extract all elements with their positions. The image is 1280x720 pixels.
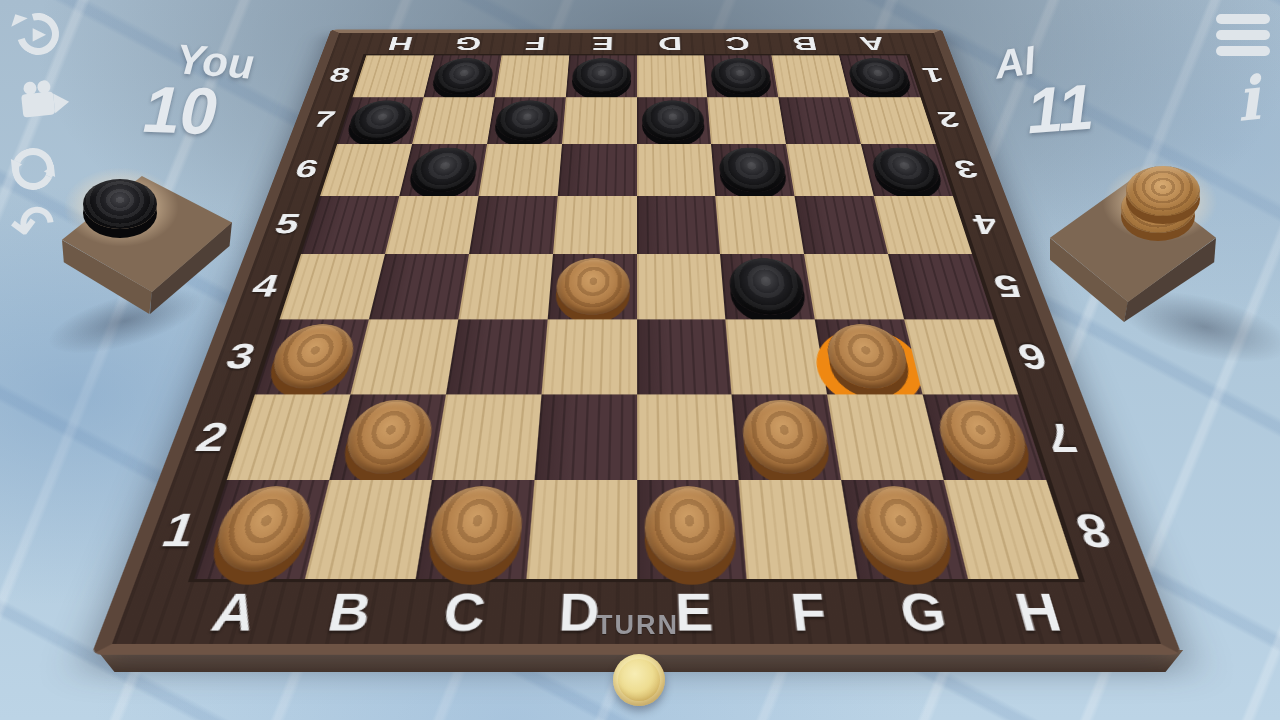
captured-black-piece [83,179,157,229]
coordinate-label: 5 [270,208,304,240]
coordinate-label: G [895,582,952,644]
square-c8 [494,55,568,97]
coord-slot: F [749,582,871,644]
square-f2[interactable] [732,394,841,480]
coord-slot: B [285,582,413,644]
square-d8[interactable] [565,55,636,97]
square-b8[interactable] [423,55,501,97]
piece-white-a1[interactable] [205,486,319,571]
square-e5[interactable] [637,196,721,254]
square-b3 [350,320,458,395]
coordinate-label: 1 [919,63,946,86]
square-c6 [478,144,561,196]
piece-black-a7[interactable] [344,101,417,141]
square-b6[interactable] [399,144,487,196]
piece-white-f2[interactable] [740,400,832,474]
coord-slot: A [836,33,910,54]
coordinate-label: G [453,33,483,54]
coordinate-label: H [385,33,415,54]
square-a4 [279,254,384,320]
coordinate-label: 2 [190,414,234,461]
square-e1[interactable] [637,480,748,579]
piece-black-h8[interactable] [845,58,914,94]
coord-slot: B [769,33,841,54]
piece-black-c7[interactable] [493,101,559,141]
menu-icon[interactable] [1216,14,1270,60]
square-e4 [637,254,726,320]
player-you-score: 10 [104,69,257,150]
square-a3[interactable] [255,320,369,395]
coord-slot: H [973,582,1106,644]
file-labels-far: ABCDEFGH [363,33,909,54]
piece-black-f6[interactable] [718,147,788,192]
square-d1 [526,480,637,579]
game-stage: ABCDEFGH ABCDEFGH 87654321 87654321 You … [0,0,1280,720]
coord-slot: C [402,582,524,644]
captured-white-piece [1126,166,1200,216]
coordinate-label: H [1009,582,1068,644]
coordinate-label: A [205,582,264,644]
coordinate-label: F [524,33,547,54]
square-c2 [432,394,541,480]
square-c1[interactable] [415,480,534,579]
camera-body [21,91,55,117]
coordinate-label: D [658,33,683,54]
square-d5 [553,196,637,254]
square-e7[interactable] [637,97,712,144]
square-f1 [739,480,858,579]
square-f7 [708,97,787,144]
square-g8 [772,55,850,97]
square-d4[interactable] [547,254,636,320]
square-b4[interactable] [369,254,469,320]
coord-slot: D [637,33,705,54]
coordinate-label: 7 [1039,414,1083,461]
square-g7[interactable] [779,97,861,144]
piece-black-d8[interactable] [571,58,631,94]
piece-black-f4[interactable] [727,258,807,314]
square-c4 [458,254,553,320]
coordinate-label: 8 [1069,503,1118,558]
player-ai-score: 11 [1003,68,1118,149]
square-c7[interactable] [487,97,566,144]
piece-white-b2[interactable] [339,400,437,474]
restart-play-glyph: ▶ [33,24,45,43]
square-h4[interactable] [888,254,993,320]
coordinate-label: 3 [950,155,981,183]
square-h3 [904,320,1018,395]
menu-bar [1216,14,1270,24]
coordinate-label: 7 [310,107,339,132]
square-g5[interactable] [795,196,888,254]
menu-bar [1216,30,1270,40]
square-d2[interactable] [534,394,636,480]
piece-black-b6[interactable] [406,147,480,192]
square-f3 [726,320,828,395]
piece-white-c1[interactable] [425,486,525,571]
coordinate-label: 1 [155,503,204,558]
square-e3[interactable] [637,320,732,395]
piece-white-h2[interactable] [932,400,1036,474]
coord-slot: G [861,582,989,644]
coordinate-label: A [857,33,887,54]
coordinate-label: C [440,582,489,644]
square-a5[interactable] [301,196,399,254]
piece-black-h6[interactable] [868,147,945,192]
piece-white-e1[interactable] [645,486,738,571]
square-d7 [562,97,637,144]
piece-white-g1[interactable] [851,486,958,571]
square-c5[interactable] [469,196,558,254]
square-g4 [804,254,904,320]
square-h7 [850,97,936,144]
menu-bar [1216,46,1270,56]
square-c3[interactable] [446,320,548,395]
coord-slot: F [500,33,570,54]
square-a7[interactable] [337,97,423,144]
piece-white-g3[interactable] [823,324,914,388]
coordinate-label: C [724,33,751,54]
info-icon[interactable]: i [1224,62,1271,136]
camera-lens [53,92,70,113]
coordinate-label: 4 [969,208,1003,240]
square-b2[interactable] [329,394,445,480]
coordinate-label: 3 [220,336,260,377]
square-f4[interactable] [720,254,815,320]
coordinate-label: B [791,33,820,54]
camera-icon[interactable] [20,77,76,126]
restart-icon[interactable]: ▶ [12,8,64,60]
coord-slot: E [568,33,636,54]
piece-black-f8[interactable] [710,58,773,94]
turn-label: TURN [565,610,710,641]
square-g6 [786,144,874,196]
piece-white-d4[interactable] [555,258,630,314]
square-a8 [352,55,433,97]
coordinate-label: B [322,582,376,644]
square-b7 [412,97,494,144]
square-e6 [637,144,716,196]
coordinate-label: 2 [934,107,963,132]
square-e2 [637,394,739,480]
square-e8 [637,55,708,97]
coord-slot: C [703,33,773,54]
coordinate-label: 6 [291,155,322,183]
square-d6[interactable] [557,144,636,196]
square-d3 [541,320,636,395]
square-b5 [385,196,478,254]
square-f5 [716,196,805,254]
square-f8[interactable] [704,55,778,97]
square-a6 [320,144,412,196]
coord-slot: A [167,582,300,644]
piece-white-a3[interactable] [264,324,360,388]
square-h5 [874,196,972,254]
coordinate-label: 8 [326,63,353,86]
coordinate-label: 5 [989,268,1026,304]
piece-black-b8[interactable] [430,58,496,94]
coordinate-label: E [591,33,614,54]
coordinate-label: 6 [1012,336,1052,377]
coordinate-label: 4 [247,268,284,304]
coord-slot: H [363,33,437,54]
undo-icon[interactable]: ↶ [3,195,64,256]
flip-rotate-icon[interactable] [6,142,60,196]
square-f6[interactable] [711,144,794,196]
piece-black-e7[interactable] [642,101,705,141]
turn-indicator-coin [613,654,665,706]
square-h6[interactable] [861,144,953,196]
coordinate-label: F [788,582,830,644]
square-h8[interactable] [839,55,920,97]
coord-slot: G [432,33,504,54]
